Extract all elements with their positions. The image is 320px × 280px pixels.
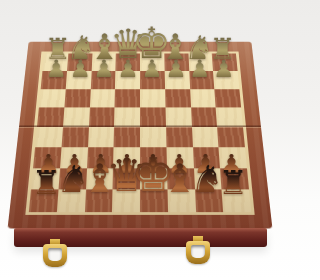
square-a4[interactable] xyxy=(35,127,63,147)
piece-black-pawn-c7[interactable]: ♟ xyxy=(93,58,114,82)
latch-right-hole xyxy=(191,245,205,258)
square-d6[interactable] xyxy=(115,89,140,108)
square-a6[interactable] xyxy=(39,89,66,108)
square-b4[interactable] xyxy=(61,127,88,147)
square-g5[interactable] xyxy=(191,108,218,127)
square-e5[interactable] xyxy=(140,108,166,127)
piece-white-rook-h1[interactable]: ♜ xyxy=(219,166,249,199)
product-photo-chess-set: { "game": "chess", "scene": { "descripti… xyxy=(0,0,280,280)
square-b6[interactable] xyxy=(64,89,90,108)
square-f4[interactable] xyxy=(166,127,193,147)
square-d5[interactable] xyxy=(114,108,140,127)
square-f5[interactable] xyxy=(165,108,191,127)
square-g6[interactable] xyxy=(190,89,216,108)
square-h6[interactable] xyxy=(215,89,242,108)
piece-black-pawn-a7[interactable]: ♟ xyxy=(46,58,67,82)
latch-right xyxy=(186,236,210,266)
piece-black-pawn-h7[interactable]: ♟ xyxy=(213,58,234,82)
latch-left xyxy=(43,239,67,269)
square-g4[interactable] xyxy=(192,127,219,147)
piece-black-pawn-g7[interactable]: ♟ xyxy=(189,58,210,82)
piece-black-pawn-b7[interactable]: ♟ xyxy=(69,58,90,82)
piece-black-pawn-d7[interactable]: ♟ xyxy=(117,58,138,82)
square-a5[interactable] xyxy=(37,108,64,127)
square-e6[interactable] xyxy=(140,89,165,108)
square-c6[interactable] xyxy=(89,89,115,108)
square-b5[interactable] xyxy=(63,108,90,127)
square-h4[interactable] xyxy=(217,127,245,147)
latch-left-hole xyxy=(48,248,62,261)
square-h5[interactable] xyxy=(216,108,243,127)
piece-black-pawn-f7[interactable]: ♟ xyxy=(165,58,186,82)
square-e4[interactable] xyxy=(140,127,166,147)
square-c4[interactable] xyxy=(88,127,115,147)
piece-black-pawn-e7[interactable]: ♟ xyxy=(141,58,162,82)
square-f6[interactable] xyxy=(165,89,191,108)
square-d4[interactable] xyxy=(114,127,140,147)
hinge-seam xyxy=(19,125,261,127)
square-c5[interactable] xyxy=(89,108,115,127)
